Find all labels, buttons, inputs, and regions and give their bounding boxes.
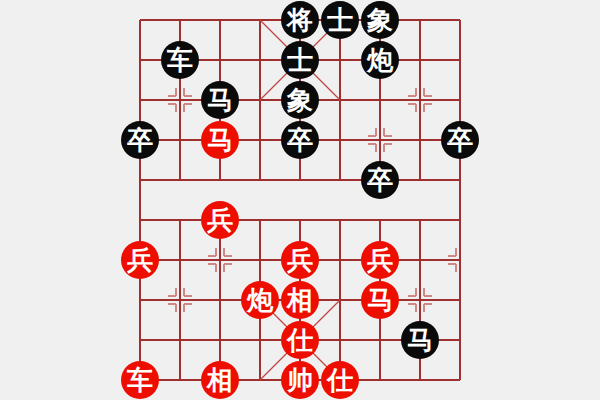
piece-black-general[interactable]: 将 bbox=[281, 1, 319, 39]
piece-red-chariot[interactable]: 车 bbox=[121, 361, 159, 399]
piece-black-horse[interactable]: 马 bbox=[401, 321, 439, 359]
pieces-layer: 将士象车士炮马象卒马卒卒卒兵兵兵兵炮相马仕马车相帅仕 bbox=[0, 0, 600, 400]
piece-black-chariot[interactable]: 车 bbox=[161, 41, 199, 79]
piece-red-advisor[interactable]: 仕 bbox=[281, 321, 319, 359]
piece-red-soldier[interactable]: 兵 bbox=[281, 241, 319, 279]
piece-red-advisor[interactable]: 仕 bbox=[321, 361, 359, 399]
piece-red-general[interactable]: 帅 bbox=[281, 361, 319, 399]
piece-red-elephant[interactable]: 相 bbox=[281, 281, 319, 319]
piece-black-advisor[interactable]: 士 bbox=[281, 41, 319, 79]
piece-black-soldier[interactable]: 卒 bbox=[441, 121, 479, 159]
piece-red-soldier[interactable]: 兵 bbox=[201, 201, 239, 239]
piece-black-horse[interactable]: 马 bbox=[201, 81, 239, 119]
piece-black-advisor[interactable]: 士 bbox=[321, 1, 359, 39]
piece-red-elephant[interactable]: 相 bbox=[201, 361, 239, 399]
piece-black-soldier[interactable]: 卒 bbox=[361, 161, 399, 199]
piece-black-soldier[interactable]: 卒 bbox=[281, 121, 319, 159]
piece-black-elephant[interactable]: 象 bbox=[361, 1, 399, 39]
piece-red-cannon[interactable]: 炮 bbox=[241, 281, 279, 319]
piece-red-soldier[interactable]: 兵 bbox=[361, 241, 399, 279]
piece-red-soldier[interactable]: 兵 bbox=[121, 241, 159, 279]
piece-red-horse[interactable]: 马 bbox=[201, 121, 239, 159]
piece-red-horse[interactable]: 马 bbox=[361, 281, 399, 319]
xiangqi-diagram: 将士象车士炮马象卒马卒卒卒兵兵兵兵炮相马仕马车相帅仕 bbox=[0, 0, 600, 400]
piece-black-cannon[interactable]: 炮 bbox=[361, 41, 399, 79]
piece-black-soldier[interactable]: 卒 bbox=[121, 121, 159, 159]
piece-black-elephant[interactable]: 象 bbox=[281, 81, 319, 119]
